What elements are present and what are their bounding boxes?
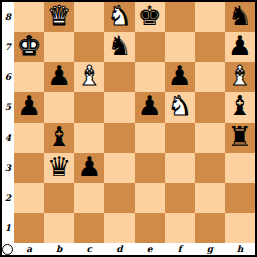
file-labels: abcdefgh <box>2 243 255 255</box>
square-f1[interactable] <box>165 213 195 243</box>
square-e5[interactable]: ♟ <box>135 92 165 122</box>
black-king[interactable]: ♚ <box>137 1 161 31</box>
square-g4[interactable] <box>195 123 225 153</box>
square-a8[interactable] <box>14 2 44 32</box>
square-g2[interactable] <box>195 183 225 213</box>
square-h6[interactable]: ♝ <box>225 62 255 92</box>
square-c3[interactable]: ♟ <box>74 153 104 183</box>
square-h3[interactable] <box>225 153 255 183</box>
square-c5[interactable] <box>74 92 104 122</box>
square-e8[interactable]: ♚ <box>135 2 165 32</box>
square-d4[interactable] <box>104 123 134 153</box>
square-d2[interactable] <box>104 183 134 213</box>
square-b5[interactable] <box>44 92 74 122</box>
square-h5[interactable]: ♝ <box>225 92 255 122</box>
square-g3[interactable] <box>195 153 225 183</box>
white-knight[interactable]: ♞ <box>168 91 192 121</box>
square-a2[interactable] <box>14 183 44 213</box>
rank-label-4: 4 <box>2 123 14 153</box>
square-g6[interactable] <box>195 62 225 92</box>
square-h4[interactable]: ♜ <box>225 123 255 153</box>
square-b8[interactable]: ♛ <box>44 2 74 32</box>
file-label-c: c <box>74 243 104 255</box>
chess-diagram: 87654321 ♛♞♚♞♚♞♟♟♝♟♝♟♟♞♝♝♜♛♟ abcdefgh <box>0 0 257 257</box>
square-b7[interactable] <box>44 32 74 62</box>
square-a5[interactable]: ♟ <box>14 92 44 122</box>
square-f4[interactable] <box>165 123 195 153</box>
square-f6[interactable]: ♟ <box>165 62 195 92</box>
rank-label-8: 8 <box>2 2 14 32</box>
square-b1[interactable] <box>44 213 74 243</box>
black-knight[interactable]: ♞ <box>107 31 131 61</box>
square-b3[interactable]: ♛ <box>44 153 74 183</box>
square-f7[interactable] <box>165 32 195 62</box>
square-f2[interactable] <box>165 183 195 213</box>
square-e7[interactable] <box>135 32 165 62</box>
file-label-f: f <box>165 243 195 255</box>
black-pawn[interactable]: ♟ <box>168 61 192 91</box>
rank-label-1: 1 <box>2 213 14 243</box>
file-label-b: b <box>44 243 74 255</box>
file-label-g: g <box>195 243 225 255</box>
file-label-a: a <box>14 243 44 255</box>
square-e4[interactable] <box>135 123 165 153</box>
square-d8[interactable]: ♞ <box>104 2 134 32</box>
square-h7[interactable]: ♟ <box>225 32 255 62</box>
square-d6[interactable] <box>104 62 134 92</box>
file-label-e: e <box>135 243 165 255</box>
square-e1[interactable] <box>135 213 165 243</box>
square-h2[interactable] <box>225 183 255 213</box>
square-e6[interactable] <box>135 62 165 92</box>
square-c1[interactable] <box>74 213 104 243</box>
rank-label-3: 3 <box>2 153 14 183</box>
black-bishop[interactable]: ♝ <box>47 122 71 152</box>
black-pawn[interactable]: ♟ <box>47 61 71 91</box>
square-a4[interactable] <box>14 123 44 153</box>
square-c2[interactable] <box>74 183 104 213</box>
square-e2[interactable] <box>135 183 165 213</box>
black-pawn[interactable]: ♟ <box>228 31 252 61</box>
square-g8[interactable] <box>195 2 225 32</box>
rank-label-6: 6 <box>2 62 14 92</box>
black-pawn[interactable]: ♟ <box>17 91 41 121</box>
black-bishop[interactable]: ♝ <box>228 91 252 121</box>
square-d5[interactable] <box>104 92 134 122</box>
file-label-h: h <box>225 243 255 255</box>
black-pawn[interactable]: ♟ <box>137 91 161 121</box>
square-c8[interactable] <box>74 2 104 32</box>
square-a3[interactable] <box>14 153 44 183</box>
white-bishop[interactable]: ♝ <box>228 61 252 91</box>
black-queen[interactable]: ♛ <box>47 152 71 182</box>
square-f8[interactable] <box>165 2 195 32</box>
white-king[interactable]: ♚ <box>17 31 41 61</box>
square-b6[interactable]: ♟ <box>44 62 74 92</box>
rank-label-5: 5 <box>2 92 14 122</box>
white-bishop[interactable]: ♝ <box>77 61 101 91</box>
square-a1[interactable] <box>14 213 44 243</box>
square-a7[interactable]: ♚ <box>14 32 44 62</box>
black-pawn[interactable]: ♟ <box>77 152 101 182</box>
black-rook[interactable]: ♜ <box>228 122 252 152</box>
square-b2[interactable] <box>44 183 74 213</box>
white-knight[interactable]: ♞ <box>107 1 131 31</box>
square-h8[interactable]: ♞ <box>225 2 255 32</box>
square-d1[interactable] <box>104 213 134 243</box>
square-c4[interactable] <box>74 123 104 153</box>
square-d7[interactable]: ♞ <box>104 32 134 62</box>
square-g5[interactable] <box>195 92 225 122</box>
black-knight[interactable]: ♞ <box>228 1 252 31</box>
square-h1[interactable] <box>225 213 255 243</box>
square-c7[interactable] <box>74 32 104 62</box>
square-c6[interactable]: ♝ <box>74 62 104 92</box>
square-b4[interactable]: ♝ <box>44 123 74 153</box>
square-d3[interactable] <box>104 153 134 183</box>
chess-board: ♛♞♚♞♚♞♟♟♝♟♝♟♟♞♝♝♜♛♟ <box>14 2 255 243</box>
square-a6[interactable] <box>14 62 44 92</box>
square-g7[interactable] <box>195 32 225 62</box>
rank-label-7: 7 <box>2 32 14 62</box>
square-f3[interactable] <box>165 153 195 183</box>
rank-labels: 87654321 <box>2 2 14 243</box>
square-g1[interactable] <box>195 213 225 243</box>
file-label-d: d <box>104 243 134 255</box>
white-queen[interactable]: ♛ <box>47 1 71 31</box>
square-e3[interactable] <box>135 153 165 183</box>
white-to-move-icon <box>2 244 13 255</box>
square-f5[interactable]: ♞ <box>165 92 195 122</box>
rank-label-2: 2 <box>2 183 14 213</box>
